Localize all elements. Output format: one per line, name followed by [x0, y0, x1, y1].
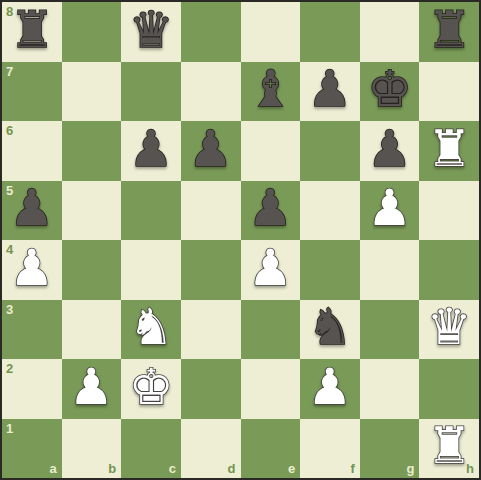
square-a4[interactable]: 4♟	[2, 240, 62, 300]
square-d6[interactable]: ♟	[181, 121, 241, 181]
file-label-e: e	[288, 462, 295, 475]
square-d1[interactable]: d	[181, 419, 241, 479]
square-f1[interactable]: f	[300, 419, 360, 479]
square-h2[interactable]	[419, 359, 479, 419]
square-g7[interactable]: ♚	[360, 62, 420, 122]
chess-board: 8♜♛♜7♝♟♚6♟♟♟♜5♟♟♟4♟♟3♞♞♛2♟♚♟1abcdefgh♜	[2, 2, 479, 478]
square-d2[interactable]	[181, 359, 241, 419]
square-g1[interactable]: g	[360, 419, 420, 479]
square-e3[interactable]	[241, 300, 301, 360]
file-label-f: f	[350, 462, 354, 475]
piece-white-pawn-g5[interactable]: ♟	[367, 183, 412, 233]
square-f8[interactable]	[300, 2, 360, 62]
square-b4[interactable]	[62, 240, 122, 300]
file-label-a: a	[49, 462, 56, 475]
piece-white-queen-h3[interactable]: ♛	[427, 302, 472, 352]
piece-black-rook-a8[interactable]: ♜	[9, 5, 54, 55]
file-label-c: c	[169, 462, 176, 475]
square-g5[interactable]: ♟	[360, 181, 420, 241]
piece-black-pawn-d6[interactable]: ♟	[188, 124, 233, 174]
file-label-d: d	[228, 462, 236, 475]
piece-black-pawn-g6[interactable]: ♟	[367, 124, 412, 174]
square-e5[interactable]: ♟	[241, 181, 301, 241]
square-e2[interactable]	[241, 359, 301, 419]
square-a8[interactable]: 8♜	[2, 2, 62, 62]
square-g3[interactable]	[360, 300, 420, 360]
piece-white-rook-h6[interactable]: ♜	[427, 124, 472, 174]
piece-black-pawn-f7[interactable]: ♟	[308, 64, 353, 114]
square-b5[interactable]	[62, 181, 122, 241]
piece-white-rook-h1[interactable]: ♜	[427, 421, 472, 471]
square-f3[interactable]: ♞	[300, 300, 360, 360]
piece-black-pawn-a5[interactable]: ♟	[9, 183, 54, 233]
square-e7[interactable]: ♝	[241, 62, 301, 122]
piece-black-bishop-e7[interactable]: ♝	[248, 64, 293, 114]
square-c6[interactable]: ♟	[121, 121, 181, 181]
rank-label-3: 3	[6, 303, 13, 316]
square-e6[interactable]	[241, 121, 301, 181]
square-g4[interactable]	[360, 240, 420, 300]
square-h8[interactable]: ♜	[419, 2, 479, 62]
square-b8[interactable]	[62, 2, 122, 62]
square-a3[interactable]: 3	[2, 300, 62, 360]
piece-black-pawn-c6[interactable]: ♟	[129, 124, 174, 174]
square-h7[interactable]	[419, 62, 479, 122]
piece-black-queen-c8[interactable]: ♛	[129, 5, 174, 55]
piece-white-pawn-a4[interactable]: ♟	[9, 243, 54, 293]
square-d7[interactable]	[181, 62, 241, 122]
rank-label-1: 1	[6, 422, 13, 435]
square-g8[interactable]	[360, 2, 420, 62]
square-c3[interactable]: ♞	[121, 300, 181, 360]
piece-white-knight-c3[interactable]: ♞	[129, 302, 174, 352]
square-a7[interactable]: 7	[2, 62, 62, 122]
square-a2[interactable]: 2	[2, 359, 62, 419]
square-d8[interactable]	[181, 2, 241, 62]
square-c4[interactable]	[121, 240, 181, 300]
square-a6[interactable]: 6	[2, 121, 62, 181]
square-h1[interactable]: h♜	[419, 419, 479, 479]
square-b3[interactable]	[62, 300, 122, 360]
square-g6[interactable]: ♟	[360, 121, 420, 181]
piece-white-king-c2[interactable]: ♚	[129, 362, 174, 412]
piece-black-king-g7[interactable]: ♚	[367, 64, 412, 114]
square-h3[interactable]: ♛	[419, 300, 479, 360]
square-d3[interactable]	[181, 300, 241, 360]
square-a5[interactable]: 5♟	[2, 181, 62, 241]
file-label-g: g	[406, 462, 414, 475]
square-e4[interactable]: ♟	[241, 240, 301, 300]
piece-black-knight-f3[interactable]: ♞	[308, 302, 353, 352]
square-h4[interactable]	[419, 240, 479, 300]
piece-white-pawn-e4[interactable]: ♟	[248, 243, 293, 293]
square-b1[interactable]: b	[62, 419, 122, 479]
piece-black-rook-h8[interactable]: ♜	[427, 5, 472, 55]
square-f5[interactable]	[300, 181, 360, 241]
square-h5[interactable]	[419, 181, 479, 241]
piece-white-pawn-b2[interactable]: ♟	[69, 362, 114, 412]
board-frame: 8♜♛♜7♝♟♚6♟♟♟♜5♟♟♟4♟♟3♞♞♛2♟♚♟1abcdefgh♜	[0, 0, 481, 480]
square-f2[interactable]: ♟	[300, 359, 360, 419]
square-e8[interactable]	[241, 2, 301, 62]
square-f7[interactable]: ♟	[300, 62, 360, 122]
square-c7[interactable]	[121, 62, 181, 122]
file-label-b: b	[108, 462, 116, 475]
piece-white-pawn-f2[interactable]: ♟	[308, 362, 353, 412]
square-c2[interactable]: ♚	[121, 359, 181, 419]
square-b6[interactable]	[62, 121, 122, 181]
square-c5[interactable]	[121, 181, 181, 241]
rank-label-2: 2	[6, 362, 13, 375]
square-c8[interactable]: ♛	[121, 2, 181, 62]
piece-black-pawn-e5[interactable]: ♟	[248, 183, 293, 233]
square-f6[interactable]	[300, 121, 360, 181]
square-c1[interactable]: c	[121, 419, 181, 479]
square-d4[interactable]	[181, 240, 241, 300]
rank-label-6: 6	[6, 124, 13, 137]
square-h6[interactable]: ♜	[419, 121, 479, 181]
square-b7[interactable]	[62, 62, 122, 122]
square-b2[interactable]: ♟	[62, 359, 122, 419]
square-e1[interactable]: e	[241, 419, 301, 479]
square-g2[interactable]	[360, 359, 420, 419]
square-a1[interactable]: 1a	[2, 419, 62, 479]
square-d5[interactable]	[181, 181, 241, 241]
rank-label-7: 7	[6, 65, 13, 78]
square-f4[interactable]	[300, 240, 360, 300]
